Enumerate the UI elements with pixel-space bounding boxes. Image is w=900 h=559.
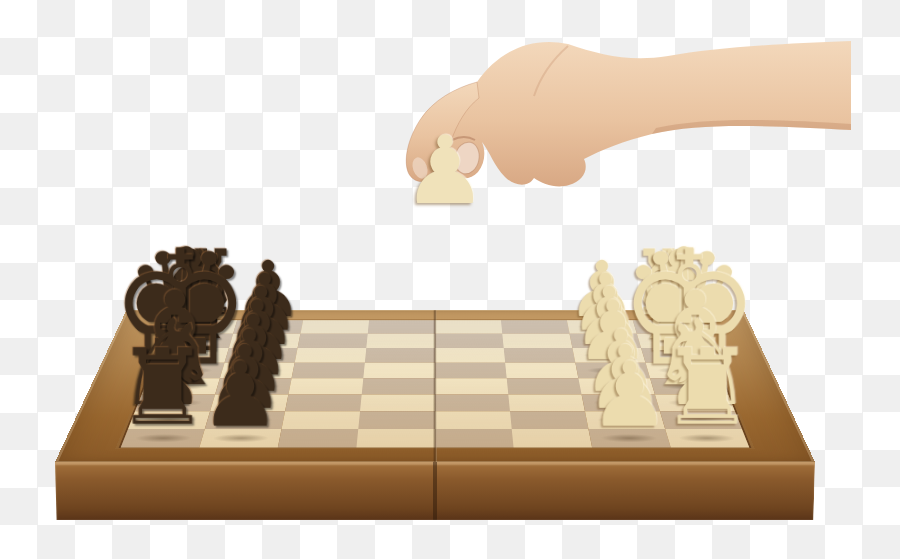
folding-chessboard-frame: ♜♟♟♜♞♟♟♞♝♟♟♝♛♟♟♛♚♟♚♝♟♟♝♞♟♟♞♜♟♟♜ — [55, 310, 815, 462]
square-h5[interactable] — [356, 429, 435, 448]
square-c4[interactable] — [435, 348, 505, 363]
square-b5[interactable] — [366, 334, 435, 348]
square-h7[interactable]: ♟ — [199, 429, 281, 448]
scene: ♜♟♟♜♞♟♟♞♝♟♟♝♛♟♟♛♚♟♚♝♟♟♝♞♟♟♞♜♟♟♜ ♟ — [0, 0, 900, 559]
black-pawn-h7[interactable]: ♟ — [163, 351, 319, 441]
square-a4[interactable] — [435, 320, 502, 334]
square-h4[interactable] — [435, 429, 514, 448]
square-a5[interactable] — [368, 320, 435, 334]
square-d4[interactable] — [435, 363, 507, 378]
square-e5[interactable] — [362, 378, 435, 394]
white-rook-h1[interactable]: ♜ — [630, 335, 786, 440]
square-g4[interactable] — [435, 411, 512, 429]
square-h1[interactable]: ♜ — [665, 429, 749, 448]
square-c5[interactable] — [365, 348, 435, 363]
square-d5[interactable] — [363, 363, 435, 378]
square-b4[interactable] — [435, 334, 504, 348]
front-edge-seam — [433, 462, 437, 520]
square-e4[interactable] — [435, 378, 508, 394]
board-front-edge — [55, 462, 815, 520]
board-tilt: ♜♟♟♜♞♟♟♞♝♟♟♝♛♟♟♛♚♟♚♝♟♟♝♞♟♟♞♜♟♟♜ — [55, 310, 815, 462]
square-f4[interactable] — [435, 394, 510, 411]
square-f5[interactable] — [360, 394, 435, 411]
chessboard-3d-scene: ♜♟♟♜♞♟♟♞♝♟♟♝♛♟♟♛♚♟♚♝♟♟♝♞♟♟♞♜♟♟♜ — [55, 0, 815, 462]
board-fold-seam — [433, 310, 437, 462]
square-g5[interactable] — [358, 411, 435, 429]
